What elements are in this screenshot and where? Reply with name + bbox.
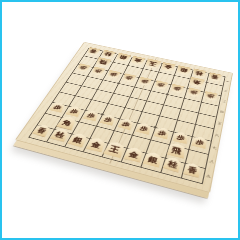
pieces-layer: 香桂銀金玉金銀桂香飛角歩歩歩歩歩歩歩歩歩歩歩歩歩歩歩歩歩歩角飛香桂銀金王金銀桂香 <box>16 43 232 192</box>
piece-kanji: 銀 <box>118 55 127 60</box>
shogi-piece: 歩 <box>153 126 170 139</box>
shogi-piece: 角 <box>56 115 78 130</box>
shogi-piece: 桂 <box>100 50 116 59</box>
piece-kanji: 飛 <box>99 59 109 65</box>
piece-kanji: 王 <box>108 145 121 154</box>
piece-kanji: 桂 <box>104 52 112 57</box>
shogi-piece: 銀 <box>175 65 191 76</box>
shogi-piece: 銀 <box>142 151 163 168</box>
piece-kanji: 歩 <box>52 104 61 110</box>
piece-kanji: 角 <box>192 79 201 85</box>
piece-kanji: 香 <box>37 127 48 134</box>
shogi-piece: 香 <box>208 72 222 82</box>
shogi-piece: 歩 <box>153 80 168 90</box>
shogi-piece: 歩 <box>49 101 66 112</box>
shogi-piece: 歩 <box>90 67 105 76</box>
piece-kanji: 歩 <box>69 108 78 114</box>
piece-kanji: 桂 <box>54 132 65 140</box>
piece-kanji: 銀 <box>71 136 83 144</box>
piece-kanji: 歩 <box>109 72 117 77</box>
shogi-piece: 桂 <box>49 128 70 143</box>
shogi-piece: 歩 <box>191 135 208 149</box>
shogi-piece: 桂 <box>162 156 182 173</box>
piece-kanji: 歩 <box>176 134 185 141</box>
piece-kanji: 歩 <box>157 130 166 137</box>
piece-kanji: 玉 <box>148 60 158 66</box>
piece-kanji: 香 <box>90 49 98 53</box>
shogi-piece: 歩 <box>75 63 91 72</box>
shogi-piece: 歩 <box>186 87 201 98</box>
piece-kanji: 歩 <box>86 113 95 119</box>
shogi-piece: 金 <box>123 146 144 162</box>
shogi-piece: 角 <box>188 77 205 89</box>
piece-kanji: 桂 <box>195 71 203 76</box>
shogi-piece: 金 <box>85 136 106 152</box>
piece-kanji: 香 <box>188 166 198 174</box>
piece-kanji: 金 <box>164 64 173 69</box>
piece-kanji: 金 <box>128 150 139 159</box>
piece-kanji: 歩 <box>125 75 133 80</box>
shogi-piece: 玉 <box>143 58 161 69</box>
piece-kanji: 歩 <box>139 125 148 132</box>
piece-kanji: 歩 <box>195 139 204 146</box>
piece-kanji: 歩 <box>157 82 165 87</box>
shogi-piece: 銀 <box>114 53 131 63</box>
piece-kanji: 角 <box>61 119 73 127</box>
piece-kanji: 歩 <box>121 121 130 128</box>
shogi-piece: 歩 <box>105 70 120 80</box>
shogi-piece: 銀 <box>67 132 89 148</box>
piece-kanji: 銀 <box>179 67 188 73</box>
piece-kanji: 香 <box>211 74 219 79</box>
piece-kanji: 歩 <box>103 117 112 123</box>
shogi-piece: 金 <box>160 62 176 72</box>
piece-kanji: 歩 <box>173 86 181 91</box>
piece-kanji: 歩 <box>141 79 149 84</box>
shogi-piece: 歩 <box>137 77 152 87</box>
piece-kanji: 歩 <box>79 65 87 70</box>
product-photo[interactable]: 一二三四五六七八九 香桂銀金玉金銀桂香飛角歩歩歩歩歩歩歩歩歩歩歩歩歩歩歩歩歩歩角… <box>0 0 240 240</box>
shogi-piece: 香 <box>184 162 202 178</box>
shogi-piece: 飛 <box>166 142 186 159</box>
piece-kanji: 金 <box>133 58 142 63</box>
shogi-piece: 香 <box>32 123 52 137</box>
piece-kanji: 歩 <box>190 89 198 95</box>
shogi-piece: 歩 <box>172 131 188 144</box>
shogi-piece: 歩 <box>121 73 136 83</box>
shogi-piece: 香 <box>86 47 101 56</box>
piece-kanji: 歩 <box>94 69 102 74</box>
shogi-piece: 歩 <box>203 91 217 102</box>
shogi-piece: 歩 <box>170 84 185 94</box>
shogi-piece: 歩 <box>82 109 99 121</box>
piece-kanji: 飛 <box>171 147 182 156</box>
shogi-piece: 歩 <box>100 113 117 125</box>
piece-kanji: 桂 <box>167 161 178 170</box>
piece-kanji: 歩 <box>207 93 215 99</box>
shogi-piece: 歩 <box>117 118 134 131</box>
shogi-piece: 歩 <box>135 122 152 135</box>
piece-kanji: 金 <box>90 141 101 149</box>
shogi-piece: 飛 <box>94 57 112 68</box>
shogi-piece: 金 <box>129 56 145 66</box>
shogi-piece: 歩 <box>65 105 83 117</box>
piece-kanji: 銀 <box>147 155 158 164</box>
shogi-piece: 王 <box>103 140 126 158</box>
